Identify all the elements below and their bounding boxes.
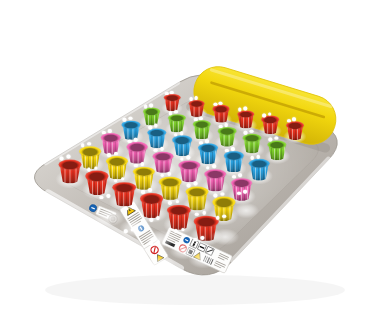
mattress-illustration (0, 0, 374, 329)
ground-shadow (45, 275, 345, 305)
product-photo-canvas (0, 0, 374, 329)
inflation-valve (109, 215, 117, 223)
